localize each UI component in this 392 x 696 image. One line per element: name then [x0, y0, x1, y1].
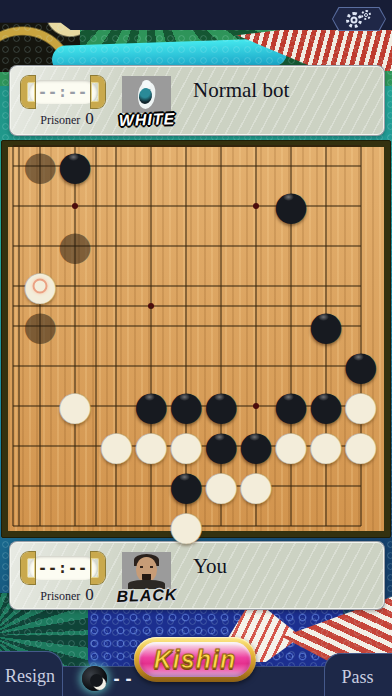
- white-stone: ●: [134, 425, 169, 465]
- white-stone: ●: [343, 425, 378, 465]
- board-point[interactable]: [23, 346, 58, 386]
- board-point[interactable]: ●: [169, 466, 204, 506]
- prisoner-label: Prisoner: [40, 113, 80, 127]
- player-timer: --:--: [21, 552, 105, 584]
- board-point[interactable]: [239, 266, 274, 306]
- prisoner-label: Prisoner: [40, 589, 80, 603]
- board-point[interactable]: [58, 506, 93, 546]
- opponent-color-label: WHITE: [105, 110, 190, 131]
- white-stone: ●: [169, 505, 204, 545]
- opponent-name: Normal bot: [193, 78, 289, 103]
- player-panel: --:-- Prisoner0 BLACK You: [10, 542, 384, 609]
- board-point[interactable]: [273, 306, 308, 346]
- board-point[interactable]: [23, 426, 58, 466]
- go-board[interactable]: ●●●●●●●●●●●●●●●●●●●●●●●●●●●: [1, 140, 391, 538]
- board-point[interactable]: [99, 306, 134, 346]
- resign-label: Resign: [5, 666, 55, 687]
- board-point[interactable]: ●: [23, 306, 58, 346]
- board-point[interactable]: [169, 266, 204, 306]
- board-point[interactable]: ●: [23, 146, 58, 186]
- opponent-avatar: [122, 76, 171, 113]
- go-stone-icon: [82, 666, 107, 691]
- board-point[interactable]: [343, 306, 378, 346]
- opponent-prisoner: Prisoner0: [15, 109, 119, 129]
- board-point[interactable]: [239, 186, 274, 226]
- settings-button-face: [333, 8, 385, 30]
- board-point[interactable]: [58, 186, 93, 226]
- gear-icon-small: [361, 10, 371, 20]
- board-point[interactable]: [99, 386, 134, 426]
- board-point[interactable]: ●: [58, 226, 93, 266]
- board-point[interactable]: [134, 226, 169, 266]
- board-point[interactable]: [169, 346, 204, 386]
- black-stone: ●: [273, 185, 308, 225]
- board-point[interactable]: [58, 466, 93, 506]
- board-point[interactable]: [239, 506, 274, 546]
- black-stone: ●: [239, 425, 274, 465]
- last-move-marker: [33, 279, 48, 294]
- pass-button[interactable]: Pass: [324, 653, 392, 696]
- kishin-logo-face: Kishin: [139, 642, 251, 677]
- black-stone: ●: [169, 465, 204, 505]
- board-point[interactable]: ●: [273, 386, 308, 426]
- board-point[interactable]: ●: [169, 386, 204, 426]
- board-point[interactable]: [204, 146, 239, 186]
- board-point[interactable]: [134, 466, 169, 506]
- board-point[interactable]: ●: [239, 426, 274, 466]
- white-stone: ●: [273, 425, 308, 465]
- board-point[interactable]: ●: [99, 426, 134, 466]
- board-point[interactable]: ●: [23, 266, 58, 306]
- board-point[interactable]: ●: [273, 186, 308, 226]
- white-stone: ●: [99, 425, 134, 465]
- board-point[interactable]: [343, 146, 378, 186]
- board-point[interactable]: [134, 146, 169, 186]
- board-point[interactable]: [239, 226, 274, 266]
- board-point[interactable]: ●: [343, 426, 378, 466]
- board-point[interactable]: ●: [308, 306, 343, 346]
- board-point[interactable]: ●: [239, 466, 274, 506]
- board-point[interactable]: ●: [343, 346, 378, 386]
- board-point[interactable]: [99, 146, 134, 186]
- player-timer-value: --:--: [21, 552, 105, 584]
- white-stone: ●: [58, 385, 93, 425]
- board-point[interactable]: ●: [58, 386, 93, 426]
- board-point[interactable]: [239, 146, 274, 186]
- board-point[interactable]: ●: [169, 506, 204, 546]
- board-point[interactable]: [239, 346, 274, 386]
- board-point[interactable]: [308, 506, 343, 546]
- black-stone: ●: [204, 385, 239, 425]
- board-point[interactable]: [343, 226, 378, 266]
- resign-button[interactable]: Resign: [0, 651, 63, 696]
- kishin-logo-button[interactable]: Kishin: [134, 637, 256, 682]
- portrait-eyes: [140, 566, 153, 568]
- white-stone: ●: [204, 465, 239, 505]
- black-stone: ●: [134, 385, 169, 425]
- black-stone-ghost: ●: [23, 305, 58, 345]
- black-stone: ●: [308, 305, 343, 345]
- black-stone-ghost: ●: [23, 145, 58, 185]
- board-point[interactable]: ●: [204, 426, 239, 466]
- board-point[interactable]: [308, 146, 343, 186]
- board-point[interactable]: [134, 346, 169, 386]
- board-point[interactable]: [239, 386, 274, 426]
- board-point[interactable]: ●: [58, 146, 93, 186]
- board-point[interactable]: [308, 466, 343, 506]
- board-point[interactable]: [169, 226, 204, 266]
- opponent-panel: --:-- Prisoner0 WHITE Normal bot: [10, 66, 384, 135]
- board-point[interactable]: [204, 226, 239, 266]
- board-point[interactable]: [273, 506, 308, 546]
- board-point[interactable]: [273, 346, 308, 386]
- white-stone: ●: [239, 465, 274, 505]
- board-point[interactable]: [273, 226, 308, 266]
- board-point[interactable]: [134, 506, 169, 546]
- board-point[interactable]: [343, 266, 378, 306]
- player-prisoner: Prisoner0: [15, 585, 119, 605]
- board-point[interactable]: ●: [273, 426, 308, 466]
- board-point[interactable]: ●: [308, 426, 343, 466]
- black-stone: ●: [273, 385, 308, 425]
- opponent-timer-value: --:--: [21, 76, 105, 108]
- board-point[interactable]: [273, 146, 308, 186]
- board-point[interactable]: [343, 506, 378, 546]
- board-point[interactable]: [58, 426, 93, 466]
- prisoner-count: 0: [85, 585, 94, 604]
- player-color-label: BLACK: [105, 586, 190, 607]
- board-point[interactable]: [169, 306, 204, 346]
- black-stone: ●: [343, 345, 378, 385]
- prisoner-count: 0: [85, 109, 94, 128]
- black-stone: ●: [58, 145, 93, 185]
- board-point[interactable]: [273, 266, 308, 306]
- board-point[interactable]: [169, 186, 204, 226]
- board-point[interactable]: [308, 226, 343, 266]
- white-stone: ●: [308, 425, 343, 465]
- board-point[interactable]: [99, 346, 134, 386]
- board-point[interactable]: [58, 266, 93, 306]
- board-point[interactable]: [308, 266, 343, 306]
- board-point[interactable]: [134, 306, 169, 346]
- board-point[interactable]: ●: [308, 386, 343, 426]
- kishin-logo-text: Kishin: [154, 645, 236, 674]
- board-point[interactable]: [273, 466, 308, 506]
- board-point[interactable]: [204, 346, 239, 386]
- board-point[interactable]: [239, 306, 274, 346]
- board-point[interactable]: [23, 186, 58, 226]
- board-point[interactable]: [343, 186, 378, 226]
- black-stone: ●: [169, 385, 204, 425]
- board-point[interactable]: [99, 186, 134, 226]
- goban-grid: ●●●●●●●●●●●●●●●●●●●●●●●●●●●: [10, 146, 378, 529]
- board-point[interactable]: [99, 226, 134, 266]
- board-point[interactable]: ●: [134, 426, 169, 466]
- board-point[interactable]: [204, 306, 239, 346]
- board-point[interactable]: [58, 306, 93, 346]
- move-counter: --: [112, 670, 136, 688]
- board-point[interactable]: ●: [134, 386, 169, 426]
- koi-head: [142, 80, 151, 88]
- stone-highlight: [93, 677, 106, 690]
- white-stone: ●: [169, 425, 204, 465]
- settings-button[interactable]: [332, 7, 386, 31]
- player-avatar: [122, 552, 171, 589]
- board-point[interactable]: [204, 506, 239, 546]
- board-point[interactable]: ●: [169, 426, 204, 466]
- white-stone: ●: [343, 385, 378, 425]
- app-screen: --:-- Prisoner0 WHITE Normal bot ●●●●●●●…: [0, 0, 392, 696]
- board-point[interactable]: [169, 146, 204, 186]
- board-point[interactable]: [23, 226, 58, 266]
- player-name: You: [193, 554, 227, 579]
- board-point[interactable]: [204, 266, 239, 306]
- board-point[interactable]: [134, 186, 169, 226]
- opponent-timer: --:--: [21, 76, 105, 108]
- board-point[interactable]: [308, 186, 343, 226]
- board-point[interactable]: [99, 266, 134, 306]
- board-point[interactable]: [308, 346, 343, 386]
- board-point[interactable]: ●: [204, 466, 239, 506]
- black-stone-ghost: ●: [58, 225, 93, 265]
- black-stone: ●: [308, 385, 343, 425]
- board-point[interactable]: [58, 346, 93, 386]
- board-wood: ●●●●●●●●●●●●●●●●●●●●●●●●●●●: [8, 147, 384, 531]
- board-point[interactable]: [99, 466, 134, 506]
- gear-icon: [346, 12, 362, 28]
- board-point[interactable]: [23, 386, 58, 426]
- black-stone: ●: [204, 425, 239, 465]
- board-point[interactable]: [23, 506, 58, 546]
- board-point[interactable]: [204, 186, 239, 226]
- board-point[interactable]: ●: [343, 386, 378, 426]
- board-point[interactable]: ●: [204, 386, 239, 426]
- board-point[interactable]: [23, 466, 58, 506]
- pass-label: Pass: [341, 667, 373, 688]
- board-point[interactable]: [343, 466, 378, 506]
- board-point[interactable]: [134, 266, 169, 306]
- board-point[interactable]: [99, 506, 134, 546]
